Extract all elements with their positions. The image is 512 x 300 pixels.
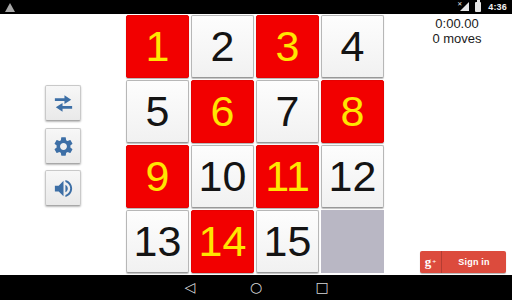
swap-arrows-icon [52,92,75,115]
empty-cell [321,210,384,273]
home-icon[interactable]: ○ [246,275,266,300]
gear-icon [52,135,75,158]
tile-6[interactable]: 6 [191,80,254,143]
navigation-bar: ◁ ○ □ [0,275,512,300]
google-signin-button[interactable]: g+ Sign in [420,251,506,273]
battery-icon [475,2,481,12]
status-bar-clock: 4:36 [488,2,507,12]
tile-2[interactable]: 2 [191,15,254,78]
timer-display: 0:00.00 [412,16,502,31]
speaker-icon [52,177,75,200]
tile-12[interactable]: 12 [321,145,384,208]
status-bar: ✕ 4:36 [0,0,512,14]
tile-13[interactable]: 13 [126,210,189,273]
back-icon[interactable]: ◁ [180,275,200,300]
app-screen: ✕ 4:36 0:00.00 0 moves 12345678910111213… [0,0,512,300]
tile-7[interactable]: 7 [256,80,319,143]
tile-14[interactable]: 14 [191,210,254,273]
no-signal-icon: ✕ [457,2,469,12]
hud: 0:00.00 0 moves [412,16,502,46]
tile-15[interactable]: 15 [256,210,319,273]
tile-3[interactable]: 3 [256,15,319,78]
recents-icon[interactable]: □ [312,275,332,300]
tile-11[interactable]: 11 [256,145,319,208]
shuffle-button[interactable] [45,85,81,121]
settings-button[interactable] [45,128,81,164]
tile-8[interactable]: 8 [321,80,384,143]
moves-counter: 0 moves [412,31,502,46]
puzzle-board: 123456789101112131415 [126,15,384,273]
tile-1[interactable]: 1 [126,15,189,78]
tile-5[interactable]: 5 [126,80,189,143]
signin-label: Sign in [442,251,506,273]
tile-4[interactable]: 4 [321,15,384,78]
sound-button[interactable] [45,170,81,206]
warning-triangle-icon [5,3,15,12]
google-plus-icon: g+ [420,251,442,273]
tile-10[interactable]: 10 [191,145,254,208]
tile-9[interactable]: 9 [126,145,189,208]
